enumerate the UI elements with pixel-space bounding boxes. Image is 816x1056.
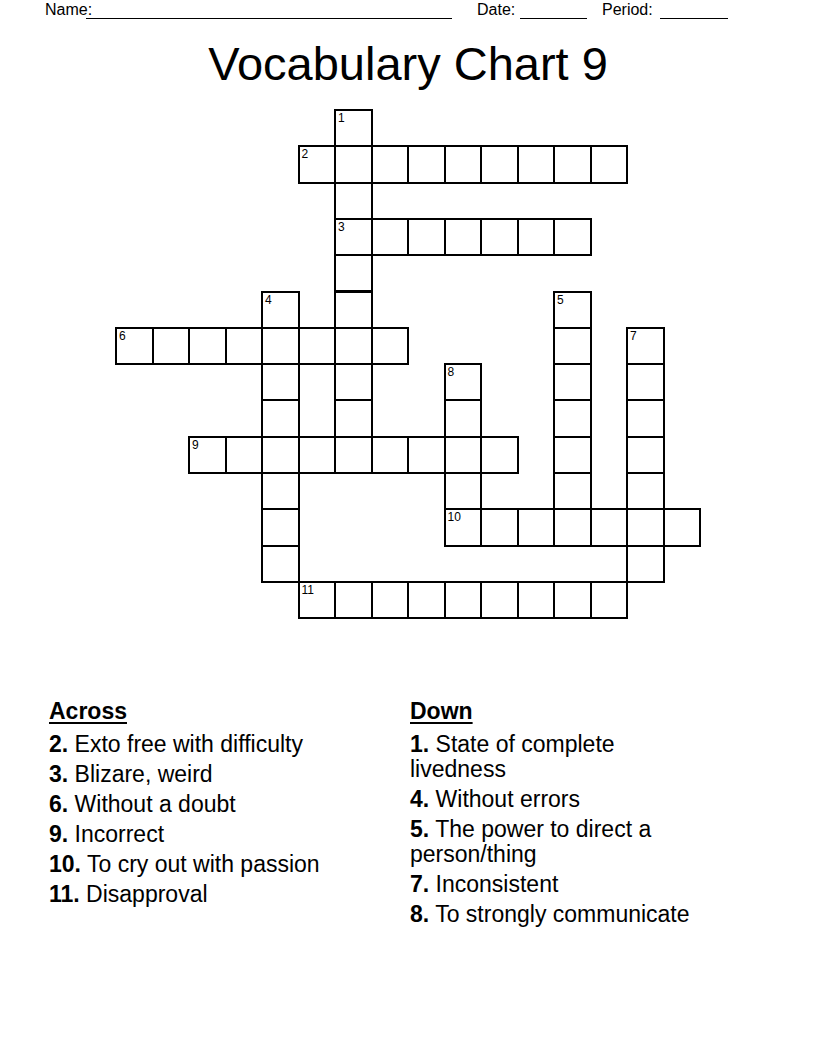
grid-cell[interactable] bbox=[334, 291, 373, 329]
grid-cell[interactable] bbox=[334, 363, 373, 401]
cell-number: 8 bbox=[448, 365, 455, 379]
grid-cell[interactable] bbox=[407, 581, 446, 619]
cell-number: 4 bbox=[265, 293, 272, 307]
clue-number: 7. bbox=[410, 871, 429, 897]
clue-item: 6. Without a doubt bbox=[49, 792, 394, 817]
clue-number: 5. bbox=[410, 816, 429, 842]
clue-text: To strongly communicate bbox=[429, 901, 689, 927]
worksheet-page: Name: Date: Period: Vocabulary Chart 9 1… bbox=[0, 0, 816, 1056]
down-clue-list: 1. State of complete livedness4. Without… bbox=[410, 732, 762, 927]
grid-cell[interactable] bbox=[590, 145, 629, 183]
clue-text: Incorrect bbox=[68, 821, 164, 847]
grid-cell[interactable] bbox=[517, 508, 556, 546]
grid-cell[interactable]: 9 bbox=[188, 436, 227, 474]
grid-cell[interactable] bbox=[371, 145, 410, 183]
across-clue-list: 2. Exto free with difficulty3. Blizare, … bbox=[49, 732, 394, 907]
clue-number: 6. bbox=[49, 791, 68, 817]
clue-item: 7. Inconsistent bbox=[410, 872, 762, 897]
down-clues-section: Down 1. State of complete livedness4. Wi… bbox=[410, 698, 762, 932]
grid-cell[interactable] bbox=[480, 581, 519, 619]
grid-cell[interactable] bbox=[480, 145, 519, 183]
cell-number: 10 bbox=[448, 510, 461, 524]
clue-number: 8. bbox=[410, 901, 429, 927]
grid-cell[interactable] bbox=[225, 436, 264, 474]
grid-cell[interactable] bbox=[517, 218, 556, 256]
grid-cell[interactable] bbox=[371, 218, 410, 256]
grid-cell[interactable] bbox=[261, 545, 300, 583]
grid-cell[interactable] bbox=[334, 254, 373, 292]
grid-cell[interactable] bbox=[444, 436, 483, 474]
grid-cell[interactable]: 2 bbox=[298, 145, 337, 183]
clue-text: Without a doubt bbox=[68, 791, 236, 817]
grid-cell[interactable] bbox=[626, 472, 665, 510]
grid-cell[interactable] bbox=[553, 218, 592, 256]
grid-cell[interactable] bbox=[261, 508, 300, 546]
clue-item: 11. Disapproval bbox=[49, 882, 394, 907]
grid-cell[interactable] bbox=[261, 363, 300, 401]
grid-cell[interactable] bbox=[517, 581, 556, 619]
grid-cell[interactable] bbox=[334, 436, 373, 474]
grid-cell[interactable] bbox=[626, 508, 665, 546]
across-clues-section: Across 2. Exto free with difficulty3. Bl… bbox=[49, 698, 394, 912]
grid-cell[interactable] bbox=[517, 145, 556, 183]
clue-text: Blizare, weird bbox=[68, 761, 212, 787]
grid-cell[interactable]: 1 bbox=[334, 109, 373, 147]
cell-number: 3 bbox=[338, 220, 345, 234]
clue-item: 3. Blizare, weird bbox=[49, 762, 394, 787]
grid-cell[interactable] bbox=[334, 581, 373, 619]
grid-cell[interactable] bbox=[626, 399, 665, 437]
grid-cell[interactable]: 4 bbox=[261, 291, 300, 329]
grid-cell[interactable] bbox=[553, 327, 592, 365]
grid-cell[interactable] bbox=[407, 145, 446, 183]
grid-cell[interactable] bbox=[480, 508, 519, 546]
clue-number: 10. bbox=[49, 851, 81, 877]
grid-cell[interactable] bbox=[626, 363, 665, 401]
grid-cell[interactable] bbox=[371, 436, 410, 474]
clue-text: Disapproval bbox=[80, 881, 208, 907]
clue-number: 3. bbox=[49, 761, 68, 787]
grid-cell[interactable]: 10 bbox=[444, 508, 483, 546]
clue-item: 9. Incorrect bbox=[49, 822, 394, 847]
grid-cell[interactable] bbox=[261, 399, 300, 437]
clue-item: 5. The power to direct a person/thing bbox=[410, 817, 762, 867]
clue-text: Exto free with difficulty bbox=[68, 731, 303, 757]
clue-item: 1. State of complete livedness bbox=[410, 732, 762, 782]
grid-cell[interactable] bbox=[590, 581, 629, 619]
grid-cell[interactable]: 6 bbox=[115, 327, 154, 365]
grid-cell[interactable] bbox=[663, 508, 702, 546]
clue-number: 11. bbox=[49, 881, 80, 907]
grid-cell[interactable]: 8 bbox=[444, 363, 483, 401]
clue-item: 10. To cry out with passion bbox=[49, 852, 394, 877]
clue-text: State of complete livedness bbox=[410, 731, 615, 782]
cell-number: 2 bbox=[302, 147, 309, 161]
grid-cell[interactable] bbox=[407, 436, 446, 474]
grid-cell[interactable]: 7 bbox=[626, 327, 665, 365]
grid-cell[interactable] bbox=[371, 327, 410, 365]
clue-text: Without errors bbox=[429, 786, 580, 812]
grid-cell[interactable] bbox=[188, 327, 227, 365]
grid-cell[interactable] bbox=[480, 436, 519, 474]
grid-cell[interactable] bbox=[444, 145, 483, 183]
across-heading: Across bbox=[49, 698, 394, 725]
grid-cell[interactable] bbox=[444, 472, 483, 510]
clue-text: The power to direct a person/thing bbox=[410, 816, 651, 867]
clue-number: 2. bbox=[49, 731, 68, 757]
grid-cell[interactable] bbox=[553, 436, 592, 474]
grid-cell[interactable] bbox=[261, 472, 300, 510]
grid-cell[interactable] bbox=[298, 436, 337, 474]
grid-cell[interactable] bbox=[626, 436, 665, 474]
grid-cell[interactable] bbox=[225, 327, 264, 365]
grid-cell[interactable] bbox=[334, 327, 373, 365]
cell-number: 7 bbox=[630, 329, 637, 343]
grid-cell[interactable] bbox=[407, 218, 446, 256]
grid-cell[interactable] bbox=[444, 218, 483, 256]
grid-cell[interactable] bbox=[261, 327, 300, 365]
grid-cell[interactable] bbox=[444, 581, 483, 619]
clue-item: 2. Exto free with difficulty bbox=[49, 732, 394, 757]
cell-number: 9 bbox=[192, 438, 199, 452]
grid-cell[interactable] bbox=[371, 581, 410, 619]
grid-cell[interactable] bbox=[553, 399, 592, 437]
grid-cell[interactable] bbox=[553, 581, 592, 619]
grid-cell[interactable] bbox=[444, 399, 483, 437]
grid-cell[interactable] bbox=[626, 545, 665, 583]
grid-cell[interactable]: 3 bbox=[334, 218, 373, 256]
down-heading: Down bbox=[410, 698, 762, 725]
grid-cell[interactable] bbox=[334, 182, 373, 220]
grid-cell[interactable] bbox=[480, 218, 519, 256]
grid-cell[interactable] bbox=[261, 436, 300, 474]
grid-cell[interactable] bbox=[334, 399, 373, 437]
grid-cell[interactable] bbox=[553, 145, 592, 183]
clue-text: Inconsistent bbox=[429, 871, 558, 897]
clue-number: 1. bbox=[410, 731, 429, 757]
cell-number: 1 bbox=[338, 111, 345, 125]
grid-cell[interactable] bbox=[553, 508, 592, 546]
clue-item: 4. Without errors bbox=[410, 787, 762, 812]
grid-cell[interactable] bbox=[334, 145, 373, 183]
clue-number: 9. bbox=[49, 821, 68, 847]
grid-cell[interactable] bbox=[553, 363, 592, 401]
grid-cell[interactable] bbox=[553, 472, 592, 510]
grid-cell[interactable] bbox=[590, 508, 629, 546]
grid-cell[interactable] bbox=[152, 327, 191, 365]
clue-text: To cry out with passion bbox=[81, 851, 320, 877]
cell-number: 6 bbox=[119, 329, 126, 343]
cell-number: 11 bbox=[302, 583, 314, 597]
clue-item: 8. To strongly communicate bbox=[410, 902, 762, 927]
clue-number: 4. bbox=[410, 786, 429, 812]
grid-cell[interactable]: 11 bbox=[298, 581, 337, 619]
grid-cell[interactable] bbox=[298, 327, 337, 365]
grid-cell[interactable]: 5 bbox=[553, 291, 592, 329]
cell-number: 5 bbox=[557, 293, 564, 307]
